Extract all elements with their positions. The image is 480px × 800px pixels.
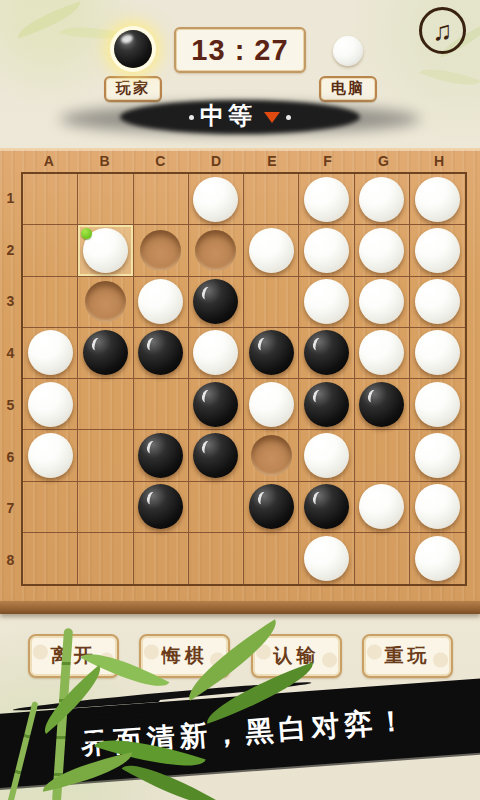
- bamboo-leaf-icon: [13, 2, 85, 39]
- cell-d8[interactable]: [189, 533, 244, 584]
- cell-b5[interactable]: [78, 379, 133, 430]
- cell-f8[interactable]: [299, 533, 354, 584]
- cell-b2[interactable]: [78, 225, 133, 276]
- black-disc: [304, 382, 349, 427]
- legal-move-hint[interactable]: [140, 230, 181, 271]
- cell-a1[interactable]: [23, 174, 78, 225]
- stone-gloss: [120, 33, 134, 44]
- col-label-h: H: [411, 153, 467, 171]
- black-disc: [249, 484, 294, 529]
- black-disc: [304, 330, 349, 375]
- cell-c2[interactable]: [134, 225, 189, 276]
- cell-g3[interactable]: [355, 277, 410, 328]
- cell-c4[interactable]: [134, 328, 189, 379]
- cell-b8[interactable]: [78, 533, 133, 584]
- slogan-banner: 界面清新，黑白对弈！: [0, 677, 480, 790]
- cell-f6[interactable]: [299, 430, 354, 481]
- reversi-board: ABCDEFGH 12345678: [0, 148, 480, 603]
- cell-d4[interactable]: [189, 328, 244, 379]
- cell-f4[interactable]: [299, 328, 354, 379]
- row-label-6: 6: [0, 431, 21, 483]
- player-panel: 玩家: [90, 24, 176, 102]
- white-disc: [304, 228, 349, 273]
- white-disc: [249, 228, 294, 273]
- cell-e6[interactable]: [244, 430, 299, 481]
- cell-d2[interactable]: [189, 225, 244, 276]
- cell-f7[interactable]: [299, 482, 354, 533]
- row-label-4: 4: [0, 327, 21, 379]
- cell-g1[interactable]: [355, 174, 410, 225]
- cell-h6[interactable]: [410, 430, 465, 481]
- cell-b7[interactable]: [78, 482, 133, 533]
- cell-h2[interactable]: [410, 225, 465, 276]
- slogan-text: 界面清新，黑白对弈！: [0, 677, 480, 790]
- cell-h3[interactable]: [410, 277, 465, 328]
- white-disc: [304, 279, 349, 324]
- cell-e3[interactable]: [244, 277, 299, 328]
- cell-f2[interactable]: [299, 225, 354, 276]
- difficulty-selector[interactable]: 中等: [90, 94, 390, 140]
- white-disc: [415, 228, 460, 273]
- legal-move-hint[interactable]: [251, 435, 292, 476]
- cell-h1[interactable]: [410, 174, 465, 225]
- player-stone-black: [114, 30, 152, 68]
- deco-dot: [189, 115, 194, 120]
- resign-button[interactable]: 认输: [251, 634, 342, 678]
- board-grid: [21, 172, 467, 586]
- white-disc: [138, 279, 183, 324]
- cell-c5[interactable]: [134, 379, 189, 430]
- cell-d7[interactable]: [189, 482, 244, 533]
- cell-c3[interactable]: [134, 277, 189, 328]
- legal-move-hint[interactable]: [85, 281, 126, 322]
- column-labels: ABCDEFGH: [21, 153, 467, 171]
- cell-d1[interactable]: [189, 174, 244, 225]
- cell-c7[interactable]: [134, 482, 189, 533]
- black-disc: [83, 330, 128, 375]
- cell-e2[interactable]: [244, 225, 299, 276]
- white-disc: [193, 177, 238, 222]
- cell-a3[interactable]: [23, 277, 78, 328]
- white-disc: [28, 330, 73, 375]
- cell-a2[interactable]: [23, 225, 78, 276]
- cell-h7[interactable]: [410, 482, 465, 533]
- black-disc: [304, 484, 349, 529]
- cell-f1[interactable]: [299, 174, 354, 225]
- row-label-1: 1: [0, 172, 21, 224]
- cell-c1[interactable]: [134, 174, 189, 225]
- white-disc: [415, 330, 460, 375]
- white-disc: [359, 228, 404, 273]
- row-label-3: 3: [0, 276, 21, 328]
- col-label-e: E: [244, 153, 300, 171]
- white-disc: [415, 484, 460, 529]
- cell-b4[interactable]: [78, 328, 133, 379]
- black-disc: [138, 330, 183, 375]
- cpu-stone-white: [333, 36, 363, 66]
- cell-g6[interactable]: [355, 430, 410, 481]
- cell-g4[interactable]: [355, 328, 410, 379]
- cell-h5[interactable]: [410, 379, 465, 430]
- cell-b6[interactable]: [78, 430, 133, 481]
- white-disc: [415, 279, 460, 324]
- cell-d6[interactable]: [189, 430, 244, 481]
- col-label-g: G: [356, 153, 412, 171]
- game-timer: 13 : 27: [174, 27, 306, 73]
- cell-c8[interactable]: [134, 533, 189, 584]
- row-label-5: 5: [0, 379, 21, 431]
- white-disc: [415, 177, 460, 222]
- cell-e8[interactable]: [244, 533, 299, 584]
- replay-button[interactable]: 重玩: [362, 634, 453, 678]
- cell-g2[interactable]: [355, 225, 410, 276]
- bamboo-leaf-icon: [419, 60, 480, 94]
- cell-a6[interactable]: [23, 430, 78, 481]
- black-disc: [193, 382, 238, 427]
- white-disc: [359, 177, 404, 222]
- white-disc: [193, 330, 238, 375]
- cpu-panel: 电脑: [314, 24, 382, 102]
- board-bottom-edge: [0, 601, 480, 614]
- col-label-b: B: [77, 153, 133, 171]
- cell-e5[interactable]: [244, 379, 299, 430]
- black-disc: [138, 484, 183, 529]
- cell-g7[interactable]: [355, 482, 410, 533]
- black-disc: [359, 382, 404, 427]
- white-disc: [415, 536, 460, 581]
- cell-h4[interactable]: [410, 328, 465, 379]
- chevron-down-icon: [264, 112, 280, 123]
- row-label-2: 2: [0, 224, 21, 276]
- row-label-8: 8: [0, 534, 21, 586]
- black-disc: [138, 433, 183, 478]
- cell-g8[interactable]: [355, 533, 410, 584]
- white-disc: [304, 177, 349, 222]
- row-labels: 12345678: [0, 172, 21, 586]
- black-disc: [193, 433, 238, 478]
- cell-f5[interactable]: [299, 379, 354, 430]
- game-screen: 玩家 13 : 27 电脑 ♫ 中等 ABCDEFGH 12345678 离开 …: [0, 0, 480, 800]
- white-disc: [28, 382, 73, 427]
- cell-a7[interactable]: [23, 482, 78, 533]
- cell-b1[interactable]: [78, 174, 133, 225]
- white-disc: [304, 536, 349, 581]
- row-label-7: 7: [0, 483, 21, 535]
- music-toggle-icon[interactable]: ♫: [419, 7, 466, 54]
- white-disc: [415, 382, 460, 427]
- white-disc: [359, 279, 404, 324]
- cell-d5[interactable]: [189, 379, 244, 430]
- cell-g5[interactable]: [355, 379, 410, 430]
- cell-f3[interactable]: [299, 277, 354, 328]
- white-disc: [304, 433, 349, 478]
- cell-c6[interactable]: [134, 430, 189, 481]
- leave-button[interactable]: 离开: [28, 634, 119, 678]
- cell-h8[interactable]: [410, 533, 465, 584]
- deco-dot: [286, 115, 291, 120]
- cell-e7[interactable]: [244, 482, 299, 533]
- cell-a4[interactable]: [23, 328, 78, 379]
- black-disc: [249, 330, 294, 375]
- action-bar: 离开 悔棋 认输 重玩: [28, 634, 453, 678]
- cell-a5[interactable]: [23, 379, 78, 430]
- cell-e1[interactable]: [244, 174, 299, 225]
- white-disc: [359, 484, 404, 529]
- white-disc: [359, 330, 404, 375]
- col-label-c: C: [133, 153, 189, 171]
- cell-b3[interactable]: [78, 277, 133, 328]
- white-disc: [28, 433, 73, 478]
- col-label-a: A: [21, 153, 77, 171]
- col-label-d: D: [188, 153, 244, 171]
- cell-a8[interactable]: [23, 533, 78, 584]
- cell-e4[interactable]: [244, 328, 299, 379]
- white-disc: [249, 382, 294, 427]
- black-disc: [193, 279, 238, 324]
- legal-move-hint[interactable]: [195, 230, 236, 271]
- white-disc: [415, 433, 460, 478]
- col-label-f: F: [300, 153, 356, 171]
- cell-d3[interactable]: [189, 277, 244, 328]
- undo-button[interactable]: 悔棋: [139, 634, 230, 678]
- difficulty-label: 中等: [200, 102, 256, 129]
